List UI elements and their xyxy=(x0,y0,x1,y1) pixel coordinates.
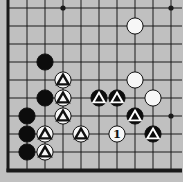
stone-black-B3 xyxy=(19,126,35,142)
grid-line-horizontal xyxy=(7,62,182,63)
stone-white-H6 xyxy=(127,72,143,88)
grid-line-horizontal xyxy=(7,8,182,9)
stone-black-C5 xyxy=(37,90,53,106)
move-number-label-G3: 1 xyxy=(113,127,121,141)
grid-line-horizontal xyxy=(7,26,182,27)
stone-black-B2 xyxy=(19,144,35,160)
star-point xyxy=(60,5,65,10)
stone-white-H9 xyxy=(127,18,143,34)
go-board-diagram[interactable]: 1 xyxy=(0,0,182,182)
star-point xyxy=(168,113,173,118)
go-diagram-canvas: 1 xyxy=(0,0,182,182)
grid-line-horizontal xyxy=(7,44,182,45)
grid-line-horizontal xyxy=(7,80,182,81)
board-edge-left xyxy=(7,0,10,172)
stone-white-J5 xyxy=(145,90,161,106)
board-edge-bottom xyxy=(7,169,183,173)
stone-black-B4 xyxy=(19,108,35,124)
stone-black-C7 xyxy=(37,54,53,70)
go-board-svg: 1 xyxy=(0,0,182,182)
star-point xyxy=(168,5,173,10)
